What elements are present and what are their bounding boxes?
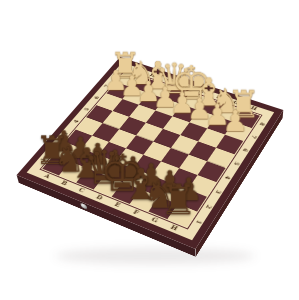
piece-white-pawn: ♟ <box>211 107 259 136</box>
piece-black-rook: ♜ <box>152 179 205 221</box>
product-photo-scene: chess ABCDEFGH ABCDEFGH 87654321 8765432… <box>0 0 299 300</box>
latch-icon <box>81 203 88 210</box>
chess-board: ABCDEFGH ABCDEFGH 87654321 87654321 ♜♞♝♛… <box>17 57 284 249</box>
board-tilt-wrapper: ABCDEFGH ABCDEFGH 87654321 87654321 ♜♞♝♛… <box>0 0 299 300</box>
coordinate-band-frame: ABCDEFGH ABCDEFGH 87654321 87654321 ♜♞♝♛… <box>27 62 275 240</box>
